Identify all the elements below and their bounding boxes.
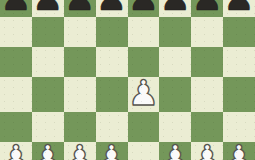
white-pawn-a2[interactable]: ♟: [0, 141, 31, 160]
chess-board-viewport: ♟♟♟♟♟♟♟♟♟♟♟♟♟♟♟♟: [0, 0, 255, 160]
white-pawn-f2[interactable]: ♟: [160, 141, 191, 160]
square-g7[interactable]: ♟: [191, 0, 223, 17]
square-c6[interactable]: [64, 17, 96, 47]
square-a7[interactable]: ♟: [0, 0, 32, 17]
square-h5[interactable]: [223, 47, 255, 77]
square-c5[interactable]: [64, 47, 96, 77]
black-pawn-h7[interactable]: ♟: [223, 0, 254, 16]
square-e2[interactable]: [128, 142, 160, 160]
white-pawn-d2[interactable]: ♟: [96, 141, 127, 160]
square-d2[interactable]: ♟: [96, 142, 128, 160]
square-a6[interactable]: [0, 17, 32, 47]
chess-board: ♟♟♟♟♟♟♟♟♟♟♟♟♟♟♟♟: [0, 0, 255, 160]
square-g6[interactable]: [191, 17, 223, 47]
square-b6[interactable]: [32, 17, 64, 47]
square-d6[interactable]: [96, 17, 128, 47]
black-pawn-g7[interactable]: ♟: [191, 0, 222, 16]
white-pawn-g2[interactable]: ♟: [191, 141, 222, 160]
square-h2[interactable]: ♟: [223, 142, 255, 160]
square-b4[interactable]: [32, 77, 64, 112]
square-h4[interactable]: [223, 77, 255, 112]
white-pawn-c2[interactable]: ♟: [64, 141, 95, 160]
square-e7[interactable]: ♟: [128, 0, 160, 17]
square-d7[interactable]: ♟: [96, 0, 128, 17]
square-f6[interactable]: [159, 17, 191, 47]
square-d5[interactable]: [96, 47, 128, 77]
square-a5[interactable]: [0, 47, 32, 77]
square-g5[interactable]: [191, 47, 223, 77]
black-pawn-e7[interactable]: ♟: [128, 0, 159, 16]
black-pawn-d7[interactable]: ♟: [96, 0, 127, 16]
square-b2[interactable]: ♟: [32, 142, 64, 160]
square-c2[interactable]: ♟: [64, 142, 96, 160]
square-h6[interactable]: [223, 17, 255, 47]
black-pawn-b7[interactable]: ♟: [32, 0, 63, 16]
square-b7[interactable]: ♟: [32, 0, 64, 17]
square-f5[interactable]: [159, 47, 191, 77]
square-d4[interactable]: [96, 77, 128, 112]
square-f7[interactable]: ♟: [159, 0, 191, 17]
square-e6[interactable]: [128, 17, 160, 47]
white-pawn-h2[interactable]: ♟: [223, 141, 254, 160]
square-a2[interactable]: ♟: [0, 142, 32, 160]
square-e3[interactable]: [128, 112, 160, 142]
square-g2[interactable]: ♟: [191, 142, 223, 160]
square-f2[interactable]: ♟: [159, 142, 191, 160]
square-g4[interactable]: [191, 77, 223, 112]
square-f4[interactable]: [159, 77, 191, 112]
white-pawn-b2[interactable]: ♟: [32, 141, 63, 160]
white-pawn-e4[interactable]: ♟: [128, 76, 159, 111]
square-h7[interactable]: ♟: [223, 0, 255, 17]
black-pawn-c7[interactable]: ♟: [64, 0, 95, 16]
black-pawn-f7[interactable]: ♟: [160, 0, 191, 16]
square-c4[interactable]: [64, 77, 96, 112]
square-a4[interactable]: [0, 77, 32, 112]
square-c7[interactable]: ♟: [64, 0, 96, 17]
square-e4[interactable]: ♟: [128, 77, 160, 112]
square-b5[interactable]: [32, 47, 64, 77]
black-pawn-a7[interactable]: ♟: [0, 0, 31, 16]
